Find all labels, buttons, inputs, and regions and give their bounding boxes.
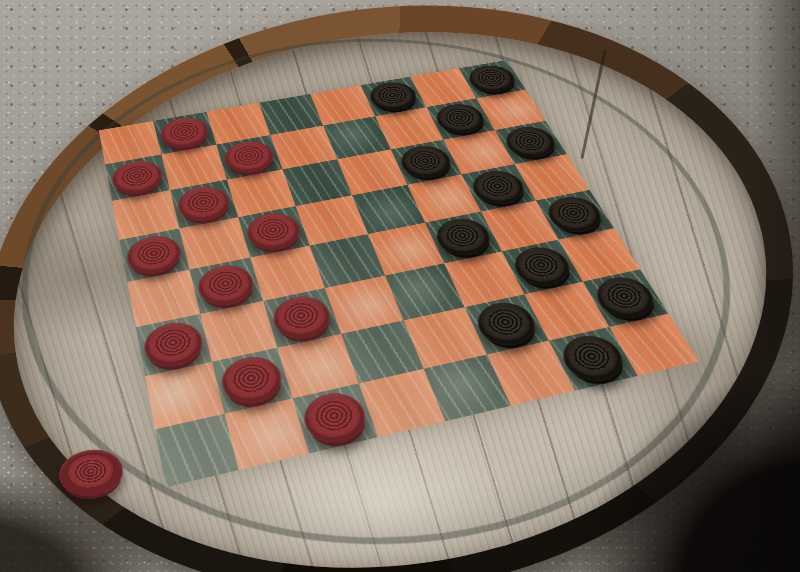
board-perspective-wrapper — [99, 60, 699, 487]
red-piece[interactable] — [243, 209, 305, 253]
red-piece[interactable] — [141, 318, 207, 372]
red-piece[interactable] — [217, 352, 287, 409]
red-piece[interactable] — [268, 292, 336, 344]
red-piece[interactable] — [194, 261, 258, 310]
scene — [0, 0, 800, 572]
red-piece[interactable] — [298, 388, 372, 449]
